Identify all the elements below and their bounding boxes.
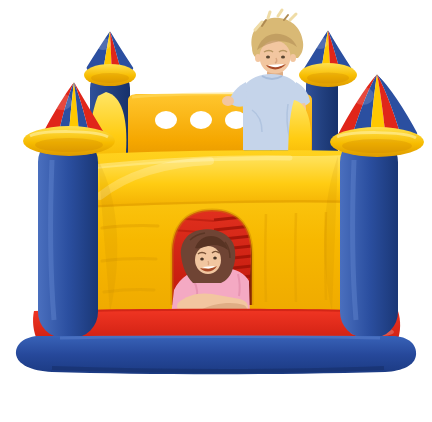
girl-nose xyxy=(208,261,209,265)
tower-column xyxy=(340,136,398,338)
boy-eye xyxy=(281,55,285,58)
boy-ear xyxy=(290,54,296,62)
ring-shadow xyxy=(342,139,412,153)
window-hole xyxy=(155,111,177,129)
ring-shadow xyxy=(35,138,103,152)
base-top-highlight xyxy=(60,337,380,339)
boy-right-hand xyxy=(222,96,234,106)
bounce-castle-illustration xyxy=(0,0,432,422)
window-hole xyxy=(190,111,212,129)
ring-shadow xyxy=(307,73,349,84)
boy-eye xyxy=(266,55,270,58)
product-photo-stage: White-background product photo of an inf… xyxy=(0,0,432,422)
girl-eye xyxy=(213,257,217,260)
girl-eye xyxy=(200,258,204,261)
ring-shadow xyxy=(91,73,129,83)
base-ring xyxy=(16,336,416,374)
tower-column xyxy=(38,136,98,338)
